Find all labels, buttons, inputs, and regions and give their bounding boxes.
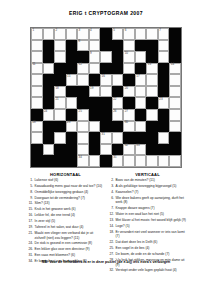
black-cell [100,155,112,167]
black-cell [146,121,158,133]
clue-number: 19 [90,87,93,90]
clue-item: 13.Met klaver al het moois: het woord bl… [108,218,187,223]
clue-item-text: Onmiddellijke toezegging gedaan (4) [35,190,105,195]
black-cell [158,144,170,156]
clue-number: 17 [136,75,139,78]
grid-cell[interactable] [77,121,89,133]
black-cell [89,132,101,144]
clue-item-number: 17. [27,219,35,224]
clue-item: 22.Dat doet deze les in Delft (6) [108,240,187,245]
black-cell [89,74,101,86]
grid-cell[interactable] [158,40,170,52]
clue-item: 1.Lakense stof (6) [27,178,104,183]
clue-number: 30 [125,121,128,124]
clue-item: 25.Een vogel in de bes (4) [108,246,187,251]
black-cell [31,155,43,167]
grid-cell[interactable]: 13 [146,63,158,75]
clue-item-number: 6. [108,196,116,206]
clue-number: 11 [32,63,35,66]
black-cell [158,86,170,98]
black-cell [31,109,43,121]
clue-item: 11.Slim? (13) [27,201,104,206]
grid-cell[interactable]: 34 [77,155,89,167]
black-cell [100,40,112,52]
black-cell [135,132,147,144]
grid-cell[interactable]: 8 [77,40,89,52]
black-cell [66,86,78,98]
black-cell [66,51,78,63]
grid-cell[interactable] [146,74,158,86]
grid-cell[interactable]: 14 [169,63,181,75]
clue-number: 1 [32,29,34,32]
clue-item: 9.Doorgaan tot de vermindering? (7) [27,196,104,201]
clue-item-text: In zeer stijl (5) [35,219,105,224]
grid-cell[interactable]: 11 [31,63,43,75]
clue-item-number: 26. [27,247,35,252]
black-cell [100,28,112,40]
clue-item-number: 11. [27,201,35,206]
grid-cell[interactable] [89,40,101,52]
grid-cell[interactable]: 6 [123,28,135,40]
clue-item-number: 22. [108,240,116,245]
clue-item: 17.In zeer stijl (5) [27,219,104,224]
grid-cell[interactable] [169,86,181,98]
clue-item-number: 16. [27,213,35,218]
grid-cell[interactable] [54,40,66,52]
grid-cell[interactable]: 26 [112,109,124,121]
clue-number: 34 [79,156,82,159]
black-cell [169,51,181,63]
clue-number: 28 [32,121,35,124]
black-cell [100,121,112,133]
black-cell [146,144,158,156]
grid-cell[interactable] [43,144,55,156]
black-cell [66,109,78,121]
clue-item-text: Doorgaan tot de vermindering? (7) [35,196,105,201]
clue-item-text: Verstopt onder vele lagen geplakt hout (… [116,268,188,273]
clue-number: 10 [125,52,128,55]
black-cell [146,51,158,63]
grid-cell[interactable]: 12 [77,63,89,75]
black-cell [146,97,158,109]
clue-number: 15 [67,75,70,78]
clue-item-text: Met klaver al het moois: het woord blijf… [116,218,188,223]
clue-number: 24 [44,110,47,113]
grid-cell[interactable]: 1 [31,28,43,40]
page-title: ERIG t CRYPTOGRAM 2007 [0,10,212,16]
black-cell [112,86,124,98]
grid-cell[interactable] [135,86,147,98]
clue-item-text: Wie deze bakens geeft op aanwijzing, dur… [116,196,188,206]
clue-number: 27 [125,110,128,113]
black-cell [31,144,43,156]
black-cell [77,97,89,109]
verticaal-header: VERTICAAL [108,172,187,177]
clue-item-number: 19. [27,225,35,230]
black-cell [66,63,78,75]
clue-item: 31.Een vaas met bloemen? (6) [27,253,104,258]
clue-item-text: Lekker fel, die ene trend (4) [35,213,105,218]
black-cell [43,132,55,144]
clue-item-text: Kruk in het gewone werk (6) [35,207,105,212]
grid-cell[interactable] [169,121,181,133]
clue-item-text: Kwanselen? (7) [116,190,188,195]
black-cell [43,121,55,133]
clue-number: 26 [113,110,116,113]
clue-number: 12 [79,63,82,66]
clue-item-text: De stok is gezond in een commissie (8) [35,241,105,246]
clue-item-number: 7. [108,206,116,211]
grid-cell[interactable] [123,63,135,75]
clue-number: 14 [171,63,174,66]
black-cell [43,74,55,86]
grid-cell[interactable] [31,40,43,52]
clue-number: 8 [79,40,81,43]
black-cell [66,40,78,52]
black-cell [169,28,181,40]
black-cell [89,97,101,109]
black-cell [54,74,66,86]
clue-item-text: Slim? (13) [35,201,105,206]
clue-item-number: 14. [108,224,116,229]
grid-cell[interactable]: 19 [89,86,101,98]
clue-item-number: 24. [27,241,35,246]
grid-cell[interactable]: 17 [135,74,147,86]
grid-cell[interactable]: 7 [158,28,170,40]
clue-item-text: Tafereel in het salon, wat duur (4) [35,225,105,230]
grid-cell[interactable]: 30 [123,121,135,133]
clue-item: 14.Loge? (5) [108,224,187,229]
clue-item-number: 2. [108,178,116,183]
black-cell [146,132,158,144]
black-cell [112,63,124,75]
grid-cell[interactable] [43,28,55,40]
grid-cell[interactable]: 18 [54,86,66,98]
grid-cell[interactable] [54,109,66,121]
grid-cell[interactable] [66,28,78,40]
clue-item: 21.Maakt een vlieger een verband dat je … [27,231,104,241]
grid-cell[interactable] [146,155,158,167]
clue-number: 4 [90,29,92,32]
clue-item-number: 21. [27,231,35,241]
black-cell [89,109,101,121]
grid-cell[interactable] [146,28,158,40]
clue-number: 35 [113,156,116,159]
clue-item: 5.Kwaadaardig mens gaat naar de wal toe?… [27,184,104,189]
black-cell [43,86,55,98]
grid-cell[interactable]: 35 [112,155,124,167]
black-cell [112,144,124,156]
black-cell [100,63,112,75]
clue-item-text: De boom, de orde en de schande (7) [116,252,188,257]
grid-cell[interactable]: 15 [66,74,78,86]
clue-item-text: Dat doet deze les in Delft (6) [116,240,188,245]
grid-cell[interactable] [158,155,170,167]
grid-cell[interactable] [135,51,147,63]
black-cell [54,121,66,133]
clue-item: 6.Wie deze bakens geeft op aanwijzing, d… [108,196,187,206]
grid-cell[interactable] [135,121,147,133]
grid-cell[interactable]: 20 [123,86,135,98]
grid-cell[interactable] [169,97,181,109]
clue-number: 29 [67,121,70,124]
clue-item-number: 3. [108,184,116,189]
black-cell [66,144,78,156]
grid-cell[interactable]: 16 [100,74,112,86]
grid-cell[interactable]: 33 [135,144,147,156]
clue-item-number: 15. [27,207,35,212]
clue-number: 32 [125,144,128,147]
clue-item-text: Een lekker glas voor een directeur (9) [35,247,105,252]
clue-item: 18.Er verandert niet veel wanneer er iet… [108,230,187,240]
clue-item: 3.A als gelukkige toezegging bijgevoegd … [108,184,187,189]
black-cell [77,86,89,98]
black-cell [135,109,147,121]
clue-item-number: 1. [27,178,35,183]
clue-item: 7.Knappe dwaze wagens (7) [108,206,187,211]
grid-cell[interactable] [31,86,43,98]
clue-item-number: 18. [108,230,116,240]
clue-item-text: Maakt een vlieger een verband dat je uit… [35,231,105,241]
grid-cell[interactable]: 31 [100,132,112,144]
black-cell [169,40,181,52]
black-cell [54,63,66,75]
clue-item-number: 4. [108,190,116,195]
clue-item: 26.Een lekker glas voor een directeur (9… [27,247,104,252]
clue-item: 16.Lekker fel, die ene trend (4) [27,213,104,218]
clue-item: 12.Water in een wad kan het niet (5) [108,212,187,217]
grid-cell[interactable] [54,51,66,63]
grid-cell[interactable]: 27 [123,109,135,121]
black-cell [66,155,78,167]
black-cell [146,40,158,52]
grid-cell[interactable] [89,121,101,133]
grid-cell[interactable]: 9 [89,51,101,63]
black-cell [123,97,135,109]
black-cell [100,97,112,109]
clue-item: 4.Kwanselen? (7) [108,190,187,195]
grid-cell[interactable] [100,86,112,98]
clue-item-text: Er verandert niet veel wanneer er iets v… [116,230,188,240]
clue-number: 23 [159,98,162,101]
clue-item-number: 13. [108,218,116,223]
black-cell [135,63,147,75]
grid-cell[interactable]: 3 [77,28,89,40]
grid-cell[interactable] [146,109,158,121]
clue-number: 21 [55,98,58,101]
clue-number: 2 [55,29,57,32]
grid-cell[interactable] [158,51,170,63]
clue-item: 27.De boom, de orde en de schande (7) [108,252,187,257]
black-cell [43,51,55,63]
clue-item-text: Water in een wad kan het niet (5) [116,212,188,217]
grid-cell[interactable] [31,51,43,63]
black-cell [112,40,124,52]
black-cell [135,40,147,52]
clue-item: 15.Kruk in het gewone werk (6) [27,207,104,212]
black-cell [77,51,89,63]
black-cell [158,74,170,86]
clue-item: 24.De stok is gezond in een commissie (8… [27,241,104,246]
grid-cell[interactable]: 5 [112,28,124,40]
clue-number: 3 [79,29,81,32]
grid-cell[interactable] [112,132,124,144]
grid-cell[interactable]: 22 [112,97,124,109]
grid-cell[interactable]: 23 [158,97,170,109]
clue-item-text: Knappe dwaze wagens (7) [116,206,188,211]
grid-cell[interactable] [66,97,78,109]
grid-cell[interactable] [135,28,147,40]
grid-cell[interactable] [100,51,112,63]
grid-cell[interactable]: 25 [77,109,89,121]
clue-item-text: Een vaas met bloemen? (6) [35,253,105,258]
grid-cell[interactable] [31,132,43,144]
clue-number: 6 [125,29,127,32]
grid-cell[interactable] [89,155,101,167]
clue-number: 18 [55,87,58,90]
grid-cell[interactable] [31,97,43,109]
clue-item-text: A als gelukkige toezegging bijgevoegd (5… [116,184,188,189]
clue-item-number: 8. [27,190,35,195]
grid-cell[interactable] [169,109,181,121]
clue-item-number: 5. [27,184,35,189]
puzzle-page: { "title": "ERIG t CRYPTOGRAM 2007", "ga… [0,0,212,300]
grid-cell[interactable] [169,74,181,86]
grid-cell[interactable] [112,74,124,86]
black-cell [54,155,66,167]
black-cell [169,144,181,156]
clue-number: 20 [125,87,128,90]
grid-cell[interactable] [89,63,101,75]
grid-cell[interactable]: 10 [123,51,135,63]
clue-item-text: Loge? (5) [116,224,188,229]
black-cell [43,97,55,109]
black-cell [112,51,124,63]
clue-item-number: 32. [108,268,116,273]
black-cell [43,155,55,167]
grid-cell[interactable] [123,40,135,52]
grid-cell[interactable]: 28 [31,121,43,133]
grid-cell[interactable] [158,132,170,144]
horizontaal-clue-list: 1.Lakense stof (6)5.Kwaadaardig mens gaa… [27,178,104,265]
grid-cell[interactable] [135,155,147,167]
grid-cell[interactable]: 32 [123,144,135,156]
grid-cell[interactable] [43,63,55,75]
clue-number: 22 [113,98,116,101]
grid-cell[interactable] [31,74,43,86]
black-cell [43,40,55,52]
black-cell [123,74,135,86]
grid-cell[interactable] [146,86,158,98]
black-cell [123,132,135,144]
horizontaal-header: HORIZONTAAL [27,172,104,177]
black-cell [112,121,124,133]
black-cell [89,144,101,156]
clue-number: 31 [102,133,105,136]
grid-cell[interactable]: 2 [54,28,66,40]
clue-item-number: 9. [27,196,35,201]
grid-cell[interactable] [135,97,147,109]
grid-cell[interactable]: 21 [54,97,66,109]
black-cell [158,109,170,121]
clue-item: 2.Boos van de minuten? (11) [108,178,187,183]
clue-item-text: Een vogel in de bes (4) [116,246,188,251]
clue-number: 33 [136,144,139,147]
grid-cell[interactable] [169,155,181,167]
black-cell [169,132,181,144]
black-cell [66,132,78,144]
clue-item-number: 27. [108,252,116,257]
clue-item-text: Kwaadaardig mens gaat naar de wal toe? (… [35,184,105,189]
clue-item: 8.Onmiddellijke toezegging gedaan (4) [27,190,104,195]
crossword-grid: 1234567891011121314151617181920212223242… [30,27,182,168]
black-cell [158,121,170,133]
grid-cell[interactable]: 4 [89,28,101,40]
clue-number: 16 [102,75,105,78]
footer-note: NB: Voor de liefhebbers is er in deze pu… [0,260,212,264]
clue-item: 19.Tafereel in het salon, wat duur (4) [27,225,104,230]
black-cell [100,109,112,121]
grid-cell[interactable] [77,144,89,156]
clue-number: 5 [113,29,115,32]
clue-number: 13 [148,63,151,66]
clue-item-number: 31. [27,253,35,258]
clue-number: 9 [90,52,92,55]
clue-item: 32.Verstopt onder vele lagen geplakt hou… [108,268,187,273]
grid-cell[interactable]: 24 [43,109,55,121]
grid-cell[interactable]: 29 [66,121,78,133]
clue-number: 7 [159,29,161,32]
grid-cell[interactable] [77,74,89,86]
grid-cell[interactable] [123,155,135,167]
grid-cell[interactable] [100,144,112,156]
clue-item-number: 25. [108,246,116,251]
clue-item-text: Lakense stof (6) [35,178,105,183]
black-cell [158,63,170,75]
clue-item-text: Boos van de minuten? (11) [116,178,188,183]
clue-number: 25 [79,110,82,113]
black-cell [54,144,66,156]
grid-cell[interactable] [77,132,89,144]
clue-item-number: 12. [108,212,116,217]
grid-cell[interactable] [54,132,66,144]
